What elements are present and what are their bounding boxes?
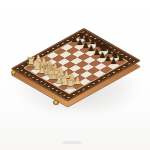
photo-watermark xyxy=(62,141,82,144)
product-photo-stage: ♜♞♝♛♚♝♞♜♟♟♟♟♟♟♟♟♟♟♟♟♟♟♟♟♜♞♝♛♚♝♞♜ xyxy=(0,0,150,150)
brass-hinge xyxy=(11,70,16,75)
brass-clasp xyxy=(53,100,59,105)
